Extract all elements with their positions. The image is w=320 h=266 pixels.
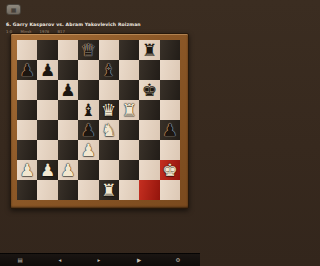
square-a6[interactable] <box>17 80 37 100</box>
square-c4[interactable] <box>58 120 78 140</box>
square-d8[interactable]: ♛ <box>78 40 98 60</box>
square-g4[interactable] <box>139 120 159 140</box>
black-rook-g8: ♜ <box>142 40 157 60</box>
square-a4[interactable] <box>17 120 37 140</box>
black-pawn-h4: ♟ <box>162 120 177 140</box>
square-b8[interactable] <box>37 40 57 60</box>
square-d3[interactable]: ♟ <box>78 140 98 160</box>
menu-button[interactable]: ▦ <box>6 4 21 15</box>
white-pawn-a2: ♟ <box>20 160 35 180</box>
black-bishop-d5: ♝ <box>81 100 96 120</box>
square-f5[interactable]: ♜ <box>119 100 139 120</box>
square-c1[interactable] <box>58 180 78 200</box>
white-pawn-d3: ♟ <box>81 140 96 160</box>
game-title: 6. Garry Kasparov vs. Abram Yakovlevich … <box>6 22 196 27</box>
black-pawn-c6: ♟ <box>60 80 75 100</box>
bottom-toolbar: ▤◂▸▶⚙ <box>0 253 200 266</box>
black-bishop-e7: ♝ <box>101 60 116 80</box>
square-c8[interactable] <box>58 40 78 60</box>
white-pawn-b2: ♟ <box>40 160 55 180</box>
square-c3[interactable] <box>58 140 78 160</box>
square-g8[interactable]: ♜ <box>139 40 159 60</box>
white-rook-f5: ♜ <box>121 100 136 120</box>
square-e8[interactable] <box>99 40 119 60</box>
square-a8[interactable] <box>17 40 37 60</box>
settings-icon[interactable]: ⚙ <box>173 254 183 266</box>
square-h4[interactable]: ♟ <box>160 120 180 140</box>
square-c7[interactable] <box>58 60 78 80</box>
square-a2[interactable]: ♟ <box>17 160 37 180</box>
games-list-icon[interactable]: ▤ <box>15 254 25 266</box>
square-d1[interactable] <box>78 180 98 200</box>
square-a3[interactable] <box>17 140 37 160</box>
square-a5[interactable] <box>17 100 37 120</box>
square-e6[interactable] <box>99 80 119 100</box>
chess-board: ♛♜♟♟♝♟♚♝♛♜♟♞♟♟♟♟♟♚♜ <box>17 40 180 200</box>
white-rook-e1: ♜ <box>101 180 116 200</box>
square-e7[interactable]: ♝ <box>99 60 119 80</box>
square-e2[interactable] <box>99 160 119 180</box>
white-king-h2: ♚ <box>162 160 177 180</box>
square-b2[interactable]: ♟ <box>37 160 57 180</box>
grid-icon: ▦ <box>11 7 17 13</box>
square-e3[interactable] <box>99 140 119 160</box>
square-g6[interactable]: ♚ <box>139 80 159 100</box>
square-h7[interactable] <box>160 60 180 80</box>
square-g3[interactable] <box>139 140 159 160</box>
next-move-icon[interactable]: ▸ <box>94 254 104 266</box>
square-b4[interactable] <box>37 120 57 140</box>
square-h8[interactable] <box>160 40 180 60</box>
square-c2[interactable]: ♟ <box>58 160 78 180</box>
square-h3[interactable] <box>160 140 180 160</box>
square-b7[interactable]: ♟ <box>37 60 57 80</box>
white-pawn-c2: ♟ <box>60 160 75 180</box>
black-king-g6: ♚ <box>142 80 157 100</box>
square-b1[interactable] <box>37 180 57 200</box>
square-d5[interactable]: ♝ <box>78 100 98 120</box>
square-f3[interactable] <box>119 140 139 160</box>
square-h5[interactable] <box>160 100 180 120</box>
square-e4[interactable]: ♞ <box>99 120 119 140</box>
square-e5[interactable]: ♛ <box>99 100 119 120</box>
square-f4[interactable] <box>119 120 139 140</box>
square-g5[interactable] <box>139 100 159 120</box>
square-d6[interactable] <box>78 80 98 100</box>
black-pawn-d4: ♟ <box>81 120 96 140</box>
black-queen-d8: ♛ <box>81 40 96 60</box>
square-g7[interactable] <box>139 60 159 80</box>
square-c5[interactable] <box>58 100 78 120</box>
square-b6[interactable] <box>37 80 57 100</box>
square-d4[interactable]: ♟ <box>78 120 98 140</box>
black-pawn-a7: ♟ <box>20 60 35 80</box>
square-h6[interactable] <box>160 80 180 100</box>
square-e1[interactable]: ♜ <box>99 180 119 200</box>
square-b3[interactable] <box>37 140 57 160</box>
square-f6[interactable] <box>119 80 139 100</box>
square-d7[interactable] <box>78 60 98 80</box>
autoplay-icon[interactable]: ▶ <box>134 254 144 266</box>
square-f1[interactable] <box>119 180 139 200</box>
square-a1[interactable] <box>17 180 37 200</box>
square-g2[interactable] <box>139 160 159 180</box>
square-c6[interactable]: ♟ <box>58 80 78 100</box>
square-f7[interactable] <box>119 60 139 80</box>
square-h1[interactable] <box>160 180 180 200</box>
previous-move-icon[interactable]: ◂ <box>55 254 65 266</box>
square-f8[interactable] <box>119 40 139 60</box>
black-pawn-b7: ♟ <box>40 60 55 80</box>
white-queen-e5: ♛ <box>101 100 116 120</box>
square-h2[interactable]: ♚ <box>160 160 180 180</box>
square-b5[interactable] <box>37 100 57 120</box>
square-f2[interactable] <box>119 160 139 180</box>
square-a7[interactable]: ♟ <box>17 60 37 80</box>
square-g1[interactable] <box>139 180 159 200</box>
square-d2[interactable] <box>78 160 98 180</box>
white-knight-e4: ♞ <box>101 120 116 140</box>
